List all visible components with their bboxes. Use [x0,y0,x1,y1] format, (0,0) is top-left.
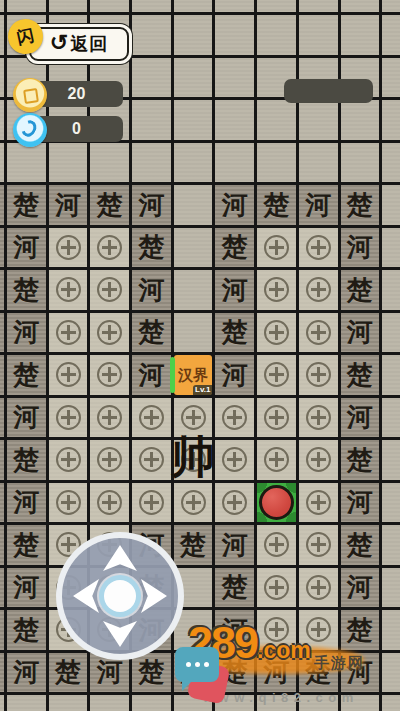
chu-tile[interactable]: 楚 [215,313,254,353]
tile-character: 河 [138,362,164,388]
he-tile[interactable]: 河 [215,525,254,565]
plus-slot-icon [306,362,331,387]
tile-character: 河 [13,659,39,685]
plain-tile [382,270,400,310]
plain-tile [49,143,88,183]
tile-character: 河 [13,404,39,430]
game-screen: 楚河楚河河楚河楚河楚楚河楚河河楚河楚楚河楚河汉界Lv.1河楚河河楚帅楚河河楚河楚… [0,0,400,711]
hanjie-green-bar [170,357,175,393]
tile-character: 楚 [138,234,164,260]
plain-tile [0,695,4,711]
build-slot[interactable] [257,525,296,565]
plain-tile [174,100,213,140]
gold-coin-icon [13,78,47,112]
tile-character: 楚 [13,362,39,388]
hanjie-level-badge: Lv.1 [193,385,212,395]
chu-tile[interactable]: 楚 [7,185,46,225]
plus-slot-icon [139,447,164,472]
red-disc-piece[interactable] [259,485,294,520]
plus-slot-icon [97,320,122,345]
build-slot[interactable] [49,313,88,353]
plain-tile [382,525,400,565]
tile-character: 河 [13,574,39,600]
plain-tile [299,100,338,140]
plain-tile [257,15,296,55]
build-slot[interactable] [215,483,254,523]
chu-tile[interactable]: 楚 [7,270,46,310]
tile-character: 河 [347,319,373,345]
plain-tile [215,100,254,140]
tile-character: 楚 [347,447,373,473]
plus-slot-icon [56,405,81,430]
he-tile[interactable]: 河 [341,228,380,268]
watermark-logo-subtitle: 手游网 [314,654,365,673]
edge-tile [0,653,4,693]
build-slot[interactable] [90,440,129,480]
tile-character: 楚 [138,319,164,345]
tile-character: 河 [305,192,331,218]
tile-character: 楚 [13,192,39,218]
plus-slot-icon [222,447,247,472]
tile-character: 河 [222,532,248,558]
chu-tile[interactable]: 楚 [7,440,46,480]
joystick[interactable] [56,532,184,660]
plain-tile [132,15,171,55]
plus-slot-icon [97,362,122,387]
edge-tile [0,440,4,480]
he-tile[interactable]: 河 [215,355,254,395]
build-slot[interactable] [299,398,338,438]
he-tile[interactable]: 河 [7,398,46,438]
tile-character: 河 [13,319,39,345]
plain-tile [257,143,296,183]
hanjie-label: 汉界 [178,367,208,382]
plain-tile [174,270,213,310]
he-tile[interactable]: 河 [299,185,338,225]
plain-tile [215,0,254,12]
tile-character: 楚 [13,532,39,558]
he-tile[interactable]: 河 [7,313,46,353]
edge-tile [0,355,4,395]
marshal-piece[interactable]: 帅 [171,435,215,479]
plain-tile [215,15,254,55]
chu-tile[interactable]: 楚 [341,270,380,310]
he-tile[interactable]: 河 [215,185,254,225]
plain-tile [132,0,171,12]
build-slot[interactable] [299,313,338,353]
plus-slot-icon [264,575,289,600]
plus-slot-icon [97,447,122,472]
plain-tile [341,0,380,12]
tile-character: 楚 [222,319,248,345]
tile-character: 楚 [13,277,39,303]
plain-tile [382,568,400,608]
back-button-label: 返回 [70,32,108,56]
build-slot[interactable] [90,483,129,523]
tile-character: 楚 [347,362,373,388]
build-slot[interactable] [90,228,129,268]
plain-tile [0,15,4,55]
plain-tile [382,185,400,225]
plus-slot-icon [139,490,164,515]
he-tile[interactable]: 河 [7,483,46,523]
plus-slot-icon [264,320,289,345]
plus-slot-icon [222,490,247,515]
plain-tile [90,143,129,183]
chu-tile[interactable]: 楚 [341,525,380,565]
tile-character: 河 [97,659,123,685]
tile-character: 楚 [347,192,373,218]
build-slot[interactable] [215,440,254,480]
chu-tile[interactable]: 楚 [341,440,380,480]
build-slot[interactable] [299,270,338,310]
build-slot[interactable] [132,398,171,438]
plain-tile [382,695,400,711]
chat-bubble-dots [175,647,219,682]
plain-tile [0,143,4,183]
build-slot[interactable] [257,440,296,480]
chu-tile[interactable]: 楚 [341,610,380,650]
plain-tile [257,100,296,140]
top-right-button[interactable] [284,79,373,103]
he-tile[interactable]: 河 [7,653,46,693]
plain-tile [90,0,129,12]
edge-tile [0,525,4,565]
plain-tile [382,0,400,12]
chu-tile[interactable]: 楚 [132,653,171,693]
hanjie-tile[interactable]: 汉界Lv.1 [174,355,213,395]
plus-slot-icon [264,277,289,302]
build-slot[interactable] [257,313,296,353]
plain-tile [7,143,46,183]
back-button[interactable]: ↺ 返回 [29,27,129,61]
plain-tile [0,100,4,140]
chu-tile[interactable]: 楚 [7,355,46,395]
build-slot[interactable] [299,228,338,268]
he-tile[interactable]: 河 [7,228,46,268]
he-tile[interactable]: 河 [341,568,380,608]
build-slot[interactable] [257,228,296,268]
tile-character: 河 [347,574,373,600]
chu-tile[interactable]: 楚 [90,185,129,225]
chu-tile[interactable]: 楚 [7,525,46,565]
chu-tile[interactable]: 楚 [49,653,88,693]
plain-tile [7,695,46,711]
plain-tile [382,653,400,693]
he-tile[interactable]: 河 [132,270,171,310]
tile-character: 楚 [138,659,164,685]
joystick-down-arrow-icon[interactable] [103,621,137,647]
plain-tile [174,143,213,183]
he-tile[interactable]: 河 [132,355,171,395]
plus-slot-icon [306,532,331,557]
plus-slot-icon [56,320,81,345]
plain-tile [174,228,213,268]
plain-tile [382,100,400,140]
build-slot[interactable] [257,270,296,310]
plus-slot-icon [264,405,289,430]
build-slot[interactable] [90,355,129,395]
plain-tile [132,695,171,711]
build-slot[interactable] [299,440,338,480]
plain-tile [174,58,213,98]
build-slot[interactable] [90,313,129,353]
plain-tile [382,313,400,353]
tile-character: 河 [55,192,81,218]
build-slot[interactable] [257,398,296,438]
tile-character: 河 [347,234,373,260]
plus-slot-icon [264,447,289,472]
plus-slot-icon [181,405,206,430]
build-slot[interactable] [49,270,88,310]
build-slot[interactable] [49,440,88,480]
build-slot[interactable] [174,398,213,438]
plus-slot-icon [306,575,331,600]
tile-character: 楚 [55,659,81,685]
plain-tile [0,58,4,98]
red-disc-tile[interactable] [257,483,296,523]
marshal-slot[interactable]: 帅 [174,440,213,480]
build-slot[interactable] [215,398,254,438]
he-tile[interactable]: 河 [7,568,46,608]
plain-tile [49,0,88,12]
plain-tile [174,0,213,12]
he-tile[interactable]: 河 [341,483,380,523]
edge-tile [0,228,4,268]
build-slot[interactable] [49,483,88,523]
plain-tile [382,143,400,183]
back-arrow-icon: ↺ [50,32,68,54]
plus-slot-icon [97,490,122,515]
plus-slot-icon [56,235,81,260]
plain-tile [132,58,171,98]
plain-tile [341,100,380,140]
build-slot[interactable] [299,483,338,523]
edge-tile [0,483,4,523]
plus-slot-icon [306,447,331,472]
joystick-knob[interactable] [104,580,136,612]
he-tile[interactable]: 河 [132,185,171,225]
tile-character: 楚 [347,532,373,558]
plain-tile [299,15,338,55]
plain-tile [0,0,4,12]
build-slot[interactable] [257,568,296,608]
plus-slot-icon [56,277,81,302]
he-tile[interactable]: 河 [49,185,88,225]
plain-tile [174,15,213,55]
tile-character: 河 [13,234,39,260]
he-tile[interactable]: 河 [341,398,380,438]
tile-character: 河 [347,489,373,515]
plus-slot-icon [306,405,331,430]
plain-tile [382,610,400,650]
plus-slot-icon [306,235,331,260]
plus-slot-icon [56,490,81,515]
plus-slot-icon [181,490,206,515]
plus-slot-icon [97,405,122,430]
plain-tile [215,58,254,98]
plus-slot-icon [264,532,289,557]
blue-coin-icon [13,113,47,147]
plain-tile [215,143,254,183]
tile-character: 楚 [222,574,248,600]
he-tile[interactable]: 河 [215,270,254,310]
chu-tile[interactable]: 楚 [341,185,380,225]
joystick-right-arrow-icon[interactable] [141,579,167,613]
chu-tile[interactable]: 楚 [174,525,213,565]
edge-tile [0,568,4,608]
plain-tile [341,15,380,55]
plain-tile [341,143,380,183]
build-slot[interactable] [49,228,88,268]
chu-tile[interactable]: 楚 [257,185,296,225]
build-slot[interactable] [132,483,171,523]
tile-character: 楚 [97,192,123,218]
edge-tile [0,398,4,438]
build-slot[interactable] [49,398,88,438]
tile-character: 河 [222,277,248,303]
plain-tile [132,100,171,140]
plus-slot-icon [306,277,331,302]
chu-tile[interactable]: 楚 [215,568,254,608]
plus-slot-icon [306,320,331,345]
plain-tile [382,15,400,55]
plain-tile [382,440,400,480]
plus-slot-icon [97,235,122,260]
tile-character: 楚 [180,532,206,558]
plus-slot-icon [264,362,289,387]
plain-tile [382,58,400,98]
chu-tile[interactable]: 楚 [7,610,46,650]
build-slot[interactable] [90,398,129,438]
joystick-left-arrow-icon[interactable] [73,579,99,613]
watermark-logo-suffix: .com [257,637,311,663]
plus-slot-icon [97,277,122,302]
build-slot[interactable] [299,525,338,565]
plus-slot-icon [306,490,331,515]
tile-character: 楚 [263,192,289,218]
build-slot[interactable] [174,483,213,523]
chu-tile[interactable]: 楚 [341,355,380,395]
plain-tile [257,0,296,12]
plain-tile [132,143,171,183]
tile-character: 楚 [13,447,39,473]
plus-slot-icon [56,447,81,472]
plain-tile [49,695,88,711]
plus-slot-icon [56,362,81,387]
plain-tile [382,355,400,395]
tile-character: 河 [138,277,164,303]
build-slot[interactable] [299,355,338,395]
edge-tile [0,270,4,310]
build-slot[interactable] [90,270,129,310]
build-slot[interactable] [257,355,296,395]
chat-bubble-icon[interactable] [175,647,229,707]
plain-tile [174,313,213,353]
build-slot[interactable] [299,568,338,608]
tile-character: 楚 [347,617,373,643]
build-slot[interactable] [49,355,88,395]
tile-character: 河 [138,192,164,218]
plain-tile [90,695,129,711]
tile-character: 河 [347,404,373,430]
plain-tile [174,185,213,225]
tile-character: 楚 [222,234,248,260]
edge-tile [0,185,4,225]
tile-character: 河 [222,362,248,388]
tile-character: 河 [222,192,248,218]
plain-tile [382,483,400,523]
plain-tile [299,143,338,183]
plain-tile [299,0,338,12]
joystick-up-arrow-icon[interactable] [103,545,137,571]
plus-slot-icon [222,405,247,430]
chu-tile[interactable]: 楚 [132,228,171,268]
plain-tile [382,398,400,438]
he-tile[interactable]: 河 [341,313,380,353]
plus-slot-icon [139,405,164,430]
plus-slot-icon [264,235,289,260]
chu-tile[interactable]: 楚 [215,228,254,268]
edge-tile [0,313,4,353]
plain-tile [382,228,400,268]
chu-tile[interactable]: 楚 [132,313,171,353]
tile-character: 楚 [347,277,373,303]
edge-tile [0,610,4,650]
tile-character: 河 [13,489,39,515]
tile-character: 楚 [13,617,39,643]
plain-tile [7,0,46,12]
build-slot[interactable] [132,440,171,480]
